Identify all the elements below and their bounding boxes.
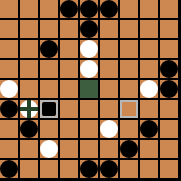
cell-r0c6[interactable] <box>120 0 140 20</box>
cell-r8c4[interactable] <box>80 160 100 180</box>
cell-r4c2[interactable] <box>40 80 60 100</box>
cell-r1c2[interactable] <box>40 20 60 40</box>
cell-r4c7[interactable] <box>140 80 160 100</box>
cell-r8c5[interactable] <box>100 160 120 180</box>
cell-r4c0[interactable] <box>0 80 20 100</box>
black-attacker-stone[interactable] <box>20 120 38 138</box>
white-defender-stone[interactable] <box>40 140 58 158</box>
cell-r7c7[interactable] <box>140 140 160 160</box>
white-defender-stone[interactable] <box>100 120 118 138</box>
black-attacker-stone[interactable] <box>140 120 158 138</box>
cell-r6c3[interactable] <box>60 120 80 140</box>
cell-r0c0[interactable] <box>0 0 20 20</box>
cell-r8c1[interactable] <box>20 160 40 180</box>
cell-r1c7[interactable] <box>140 20 160 40</box>
cell-r3c1[interactable] <box>20 60 40 80</box>
cell-r7c8[interactable] <box>160 140 180 160</box>
cell-r6c4[interactable] <box>80 120 100 140</box>
cell-r7c5[interactable] <box>100 140 120 160</box>
cell-r4c5[interactable] <box>100 80 120 100</box>
cell-r8c0[interactable] <box>0 160 20 180</box>
cell-r8c3[interactable] <box>60 160 80 180</box>
cell-r5c5[interactable] <box>100 100 120 120</box>
cell-r2c4[interactable] <box>80 40 100 60</box>
black-attacker-stone[interactable] <box>100 0 118 18</box>
cell-r6c6[interactable] <box>120 120 140 140</box>
cell-r3c6[interactable] <box>120 60 140 80</box>
cell-r3c8[interactable] <box>160 60 180 80</box>
black-attacker-stone[interactable] <box>120 140 138 158</box>
cell-r1c0[interactable] <box>0 20 20 40</box>
cell-r5c6[interactable] <box>120 100 140 120</box>
cell-r0c2[interactable] <box>40 0 60 20</box>
cell-r2c6[interactable] <box>120 40 140 60</box>
cell-r8c7[interactable] <box>140 160 160 180</box>
cell-r3c4[interactable] <box>80 60 100 80</box>
cell-r4c3[interactable] <box>60 80 80 100</box>
cell-r2c7[interactable] <box>140 40 160 60</box>
cell-r1c6[interactable] <box>120 20 140 40</box>
cell-r3c7[interactable] <box>140 60 160 80</box>
cell-r2c8[interactable] <box>160 40 180 60</box>
cell-r5c0[interactable] <box>0 100 20 120</box>
cell-r2c5[interactable] <box>100 40 120 60</box>
cell-r0c3[interactable] <box>60 0 80 20</box>
cell-r6c5[interactable] <box>100 120 120 140</box>
cell-r5c1[interactable] <box>20 100 40 120</box>
cell-r2c0[interactable] <box>0 40 20 60</box>
cell-r5c4[interactable] <box>80 100 100 120</box>
cell-r1c4[interactable] <box>80 20 100 40</box>
cell-r8c2[interactable] <box>40 160 60 180</box>
cell-r8c8[interactable] <box>160 160 180 180</box>
cell-r0c4[interactable] <box>80 0 100 20</box>
cell-r3c3[interactable] <box>60 60 80 80</box>
cell-r7c0[interactable] <box>0 140 20 160</box>
cell-r5c7[interactable] <box>140 100 160 120</box>
cell-r6c2[interactable] <box>40 120 60 140</box>
cell-r7c6[interactable] <box>120 140 140 160</box>
cell-r6c8[interactable] <box>160 120 180 140</box>
white-defender-stone[interactable] <box>80 60 98 78</box>
cell-r1c3[interactable] <box>60 20 80 40</box>
cell-r2c3[interactable] <box>60 40 80 60</box>
cell-r7c4[interactable] <box>80 140 100 160</box>
black-attacker-stone[interactable] <box>0 100 18 118</box>
white-defender-stone[interactable] <box>0 80 18 98</box>
cell-r7c3[interactable] <box>60 140 80 160</box>
cell-r4c8[interactable] <box>160 80 180 100</box>
king-cross-icon <box>20 107 38 111</box>
black-attacker-stone[interactable] <box>160 80 178 98</box>
cell-r2c2[interactable] <box>40 40 60 60</box>
cell-r0c5[interactable] <box>100 0 120 20</box>
cell-r2c1[interactable] <box>20 40 40 60</box>
cell-r6c1[interactable] <box>20 120 40 140</box>
cell-r3c0[interactable] <box>0 60 20 80</box>
black-attacker-stone[interactable] <box>80 20 98 38</box>
cell-r0c8[interactable] <box>160 0 180 20</box>
black-attacker-stone[interactable] <box>0 160 18 178</box>
black-attacker-stone[interactable] <box>100 160 118 178</box>
black-attacker-stone[interactable] <box>40 40 58 58</box>
cell-r3c2[interactable] <box>40 60 60 80</box>
move-marker-from <box>120 100 138 118</box>
cell-r0c7[interactable] <box>140 0 160 20</box>
cell-r4c1[interactable] <box>20 80 40 100</box>
cell-r7c2[interactable] <box>40 140 60 160</box>
cell-r5c3[interactable] <box>60 100 80 120</box>
white-defender-stone[interactable] <box>140 80 158 98</box>
black-attacker-stone[interactable] <box>80 0 98 18</box>
black-attacker-stone[interactable] <box>80 160 98 178</box>
black-attacker-stone[interactable] <box>60 0 78 18</box>
cell-r5c8[interactable] <box>160 100 180 120</box>
cell-r1c8[interactable] <box>160 20 180 40</box>
cell-r6c7[interactable] <box>140 120 160 140</box>
cell-r1c5[interactable] <box>100 20 120 40</box>
cell-r8c6[interactable] <box>120 160 140 180</box>
throne-square[interactable] <box>80 80 100 100</box>
tablut-board <box>0 0 180 180</box>
black-attacker-stone[interactable] <box>160 60 178 78</box>
cell-r5c2[interactable] <box>40 100 60 120</box>
cell-r1c1[interactable] <box>20 20 40 40</box>
cell-r7c1[interactable] <box>20 140 40 160</box>
cell-r3c5[interactable] <box>100 60 120 80</box>
cell-r6c0[interactable] <box>0 120 20 140</box>
black-attacker-stone[interactable] <box>40 100 58 118</box>
cell-r4c6[interactable] <box>120 80 140 100</box>
white-defender-stone[interactable] <box>80 40 98 58</box>
cell-r0c1[interactable] <box>20 0 40 20</box>
white-king-stone[interactable] <box>20 100 38 118</box>
